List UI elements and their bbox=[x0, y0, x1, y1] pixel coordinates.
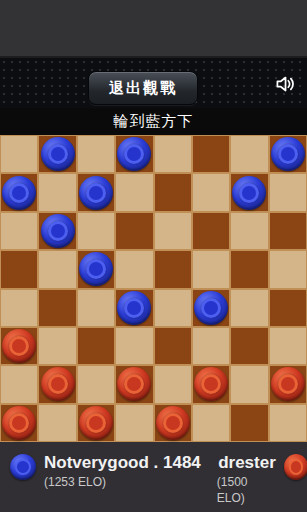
board-square[interactable] bbox=[230, 404, 268, 442]
turn-text: 輪到藍方下 bbox=[114, 112, 194, 131]
board-square bbox=[192, 404, 230, 442]
board-square bbox=[115, 404, 153, 442]
board-square bbox=[192, 173, 230, 211]
blue-piece[interactable] bbox=[79, 252, 113, 286]
blue-piece[interactable] bbox=[41, 137, 75, 171]
board-square[interactable] bbox=[38, 365, 76, 403]
board-square[interactable] bbox=[269, 212, 307, 250]
blue-piece[interactable] bbox=[232, 176, 266, 210]
board-square bbox=[38, 404, 76, 442]
board-square[interactable] bbox=[154, 327, 192, 365]
checkers-app: 退出觀戰 輪到藍方下 Notverygood . 1484 (1253 ELO)… bbox=[0, 0, 307, 512]
board-square bbox=[230, 212, 268, 250]
board-square[interactable] bbox=[77, 173, 115, 211]
exit-spectate-button[interactable]: 退出觀戰 bbox=[88, 71, 198, 105]
board-square[interactable] bbox=[0, 327, 38, 365]
board-square[interactable] bbox=[38, 135, 76, 173]
board-square bbox=[77, 135, 115, 173]
speaker-icon[interactable] bbox=[271, 70, 299, 98]
board-square bbox=[192, 250, 230, 288]
blue-piece[interactable] bbox=[271, 137, 305, 171]
board-square[interactable] bbox=[77, 250, 115, 288]
board-square bbox=[154, 365, 192, 403]
player-bar: Notverygood . 1484 (1253 ELO) drester (1… bbox=[0, 442, 307, 512]
board-square[interactable] bbox=[115, 289, 153, 327]
board-square[interactable] bbox=[230, 250, 268, 288]
board-square[interactable] bbox=[269, 289, 307, 327]
red-piece[interactable] bbox=[194, 367, 228, 401]
red-piece-icon bbox=[284, 454, 307, 480]
board-square[interactable] bbox=[154, 404, 192, 442]
red-piece[interactable] bbox=[117, 367, 151, 401]
board-square bbox=[77, 289, 115, 327]
board-square bbox=[38, 327, 76, 365]
board-square[interactable] bbox=[115, 135, 153, 173]
player-left-elo: (1253 ELO) bbox=[44, 474, 201, 490]
board-square bbox=[0, 135, 38, 173]
blue-piece-icon bbox=[10, 454, 36, 480]
player-left-name: Notverygood . 1484 bbox=[44, 452, 201, 474]
board-square bbox=[0, 365, 38, 403]
board-square[interactable] bbox=[77, 327, 115, 365]
board bbox=[0, 135, 307, 442]
board-square[interactable] bbox=[230, 173, 268, 211]
board-square bbox=[269, 173, 307, 211]
board-square bbox=[77, 212, 115, 250]
board-square bbox=[269, 404, 307, 442]
board-square[interactable] bbox=[77, 404, 115, 442]
board-square[interactable] bbox=[0, 173, 38, 211]
board-square[interactable] bbox=[192, 289, 230, 327]
red-piece[interactable] bbox=[79, 406, 113, 440]
board-square bbox=[230, 289, 268, 327]
status-bar bbox=[0, 0, 307, 56]
red-piece[interactable] bbox=[2, 329, 36, 363]
turn-banner: 輪到藍方下 bbox=[0, 108, 307, 135]
red-piece[interactable] bbox=[156, 406, 190, 440]
board-square bbox=[0, 212, 38, 250]
board-square bbox=[77, 365, 115, 403]
board-square bbox=[38, 250, 76, 288]
player-right-elo: (1500 ELO) bbox=[217, 474, 276, 506]
board-square bbox=[154, 289, 192, 327]
board-square bbox=[38, 173, 76, 211]
board-square bbox=[154, 212, 192, 250]
red-piece[interactable] bbox=[41, 367, 75, 401]
board-square[interactable] bbox=[230, 327, 268, 365]
board-square[interactable] bbox=[192, 212, 230, 250]
board-square[interactable] bbox=[38, 289, 76, 327]
board-square bbox=[0, 289, 38, 327]
board-square bbox=[269, 327, 307, 365]
board-square[interactable] bbox=[0, 250, 38, 288]
player-right: drester (1500 ELO) bbox=[209, 452, 307, 512]
blue-piece[interactable] bbox=[117, 137, 151, 171]
blue-piece[interactable] bbox=[41, 214, 75, 248]
blue-piece[interactable] bbox=[194, 291, 228, 325]
blue-piece[interactable] bbox=[117, 291, 151, 325]
board-square bbox=[115, 327, 153, 365]
board-square[interactable] bbox=[38, 212, 76, 250]
player-right-name: drester bbox=[218, 452, 276, 474]
blue-piece[interactable] bbox=[79, 176, 113, 210]
board-square bbox=[115, 250, 153, 288]
board-square bbox=[115, 173, 153, 211]
board-square[interactable] bbox=[269, 135, 307, 173]
red-piece[interactable] bbox=[2, 406, 36, 440]
board-square[interactable] bbox=[115, 365, 153, 403]
board-square[interactable] bbox=[192, 135, 230, 173]
board-square[interactable] bbox=[0, 404, 38, 442]
board-square[interactable] bbox=[115, 212, 153, 250]
player-left: Notverygood . 1484 (1253 ELO) bbox=[10, 452, 209, 512]
board-square bbox=[269, 250, 307, 288]
blue-piece[interactable] bbox=[2, 176, 36, 210]
board-square bbox=[192, 327, 230, 365]
red-piece[interactable] bbox=[271, 367, 305, 401]
board-square bbox=[230, 365, 268, 403]
board-square[interactable] bbox=[269, 365, 307, 403]
board-square bbox=[154, 135, 192, 173]
board-square[interactable] bbox=[192, 365, 230, 403]
board-square[interactable] bbox=[154, 173, 192, 211]
board-square bbox=[230, 135, 268, 173]
board-square[interactable] bbox=[154, 250, 192, 288]
header: 退出觀戰 bbox=[0, 56, 307, 108]
